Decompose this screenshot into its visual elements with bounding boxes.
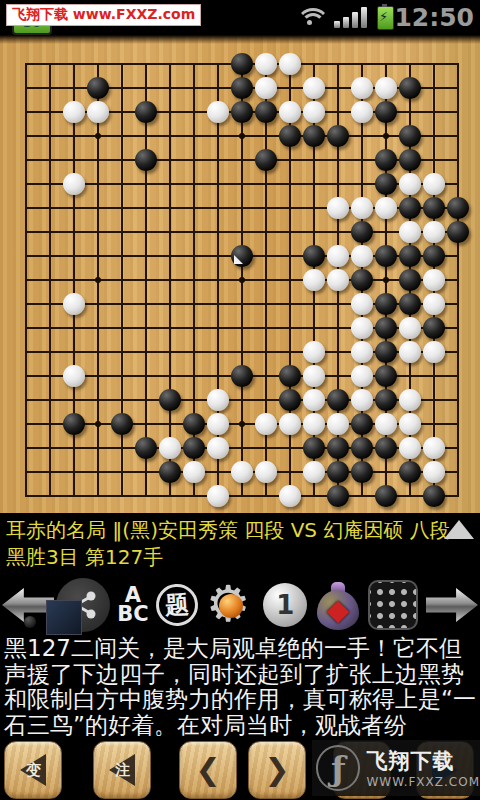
prev-chevron-icon: ❮ [195,755,220,785]
go-board[interactable] [0,35,480,513]
stone-black [399,269,421,291]
comment-triangle-icon: 注 [109,754,135,786]
stone-black [423,485,445,507]
stone-white [327,197,349,219]
stone-white [63,293,85,315]
stone-white [351,317,373,339]
star-point [383,133,389,139]
move-number-button[interactable]: 1 [263,583,307,627]
variation-triangle-icon: 变 [20,754,46,786]
stone-white [351,101,373,123]
next-button[interactable]: ❯ [248,741,306,799]
stone-white [231,461,253,483]
stone-white [207,413,229,435]
stone-black [135,101,157,123]
stone-black [375,293,397,315]
stone-black [303,245,325,267]
next-move-arrow-icon[interactable] [426,588,478,622]
stone-black [327,389,349,411]
stone-black [231,365,253,387]
stone-black [351,221,373,243]
comment-label: 注 [115,761,130,780]
abc-labels-button[interactable]: A BC [117,586,148,624]
stone-black [63,413,85,435]
stone-white [303,341,325,363]
stone-black [375,389,397,411]
stone-white [423,173,445,195]
star-point [239,421,245,427]
stone-black [375,317,397,339]
stone-black [231,53,253,75]
stone-black [375,485,397,507]
stone-white [375,197,397,219]
stone-white [303,461,325,483]
stone-white [399,341,421,363]
stone-black [231,101,253,123]
watermark-url: WWW.FXXZ.COM [366,775,480,789]
stone-white [303,269,325,291]
stone-white [423,341,445,363]
stone-white [327,413,349,435]
stone-black [159,461,181,483]
stone-white [423,461,445,483]
stone-white [327,245,349,267]
stone-white [279,101,301,123]
stone-white [423,293,445,315]
variation-thumbnail [46,600,82,635]
stone-white [351,245,373,267]
stone-black [375,341,397,363]
abc-bottom: BC [117,605,148,624]
problem-button[interactable]: 题 [155,583,200,628]
stone-white [423,269,445,291]
watermark-logo-icon: ƒ [316,745,360,791]
watermark-top: 飞翔下载 www.FXXZ.com [6,4,201,26]
stone-white [351,197,373,219]
app-screen: 12:50 50 ⑂ 飞翔下载 www.FXXZ.com 耳赤的名局 ‖(黑)安… [0,0,480,800]
stone-white [399,173,421,195]
stone-white [327,269,349,291]
stone-black [303,125,325,147]
stone-white [207,389,229,411]
stone-black [351,461,373,483]
stone-black [375,365,397,387]
stone-black [399,245,421,267]
stone-white [399,389,421,411]
stone-black [375,101,397,123]
stone-white [351,389,373,411]
signal-strength-icon [334,7,368,28]
stone-white [399,221,421,243]
variation-label: 变 [26,761,41,780]
stone-black [399,149,421,171]
prev-button[interactable]: ❮ [179,741,237,799]
stone-white [183,461,205,483]
stone-black [87,77,109,99]
stone-white [255,413,277,435]
stone-white [423,221,445,243]
stone-white [303,413,325,435]
stone-white [207,485,229,507]
stone-white [399,413,421,435]
battery-icon [377,6,394,30]
stone-black [231,245,253,267]
stone-white [351,341,373,363]
stone-black [399,77,421,99]
stone-white [207,101,229,123]
stone-black [303,437,325,459]
stone-black [399,461,421,483]
board-grid-icon[interactable] [368,580,418,630]
stone-white [255,77,277,99]
stone-white [399,437,421,459]
stone-black [327,485,349,507]
next-chevron-icon: ❯ [264,755,289,785]
stone-black [279,125,301,147]
stone-black [399,197,421,219]
stone-black [135,149,157,171]
stone-black [159,389,181,411]
last-move-triangle-marker [234,255,243,264]
stone-black [327,461,349,483]
stone-black [255,101,277,123]
wifi-icon [296,8,324,28]
stone-white [159,437,181,459]
stone-black [399,125,421,147]
status-clock: 12:50 [394,3,474,32]
stone-white [279,485,301,507]
stone-black [255,149,277,171]
collapse-up-arrow[interactable] [444,520,474,539]
stone-white [279,413,301,435]
grid-line-v [457,63,459,497]
stone-black [447,221,469,243]
stone-white [207,437,229,459]
stone-black [327,437,349,459]
stone-white [351,293,373,315]
stone-black [423,317,445,339]
settings-gear-icon[interactable]: ⚙ [206,580,256,630]
stone-white [279,53,301,75]
stone-white [375,413,397,435]
stone-black [351,269,373,291]
stone-white [423,437,445,459]
stone-white [255,53,277,75]
move-commentary[interactable]: 黑127二间关，是大局观卓绝的一手！它不但声援了下边四子，同时还起到了扩张上边黑… [0,635,480,737]
star-point [239,277,245,283]
stone-white [63,365,85,387]
watermark-bottom: ƒ 飞翔下载 WWW.FXXZ.COM [312,740,480,796]
stone-black [447,197,469,219]
stone-white [399,317,421,339]
stone-black [183,413,205,435]
thumbnail-stone-icon [24,616,36,628]
stone-white [303,389,325,411]
variation-button[interactable]: 变 [4,741,62,799]
star-point [95,277,101,283]
stone-black [375,173,397,195]
stone-black [231,77,253,99]
stone-white [303,101,325,123]
stone-white [87,101,109,123]
stone-black [183,437,205,459]
money-bag-icon[interactable] [315,580,361,630]
stone-white [63,173,85,195]
stone-black [375,437,397,459]
stone-black [279,365,301,387]
stone-white [63,101,85,123]
watermark-title: 飞翔下载 [366,747,480,775]
star-point [95,133,101,139]
stone-black [279,389,301,411]
stone-white [351,365,373,387]
star-point [383,277,389,283]
stone-black [375,245,397,267]
stone-black [351,413,373,435]
stone-black [135,437,157,459]
stone-black [399,293,421,315]
board-top-shadow [0,35,480,44]
star-point [239,133,245,139]
stone-white [351,77,373,99]
stone-black [375,149,397,171]
stone-white [303,77,325,99]
stone-black [327,125,349,147]
stone-white [303,365,325,387]
stone-black [423,197,445,219]
stone-black [351,437,373,459]
comment-button[interactable]: 注 [93,741,151,799]
stone-white [375,77,397,99]
stone-black [111,413,133,435]
star-point [95,421,101,427]
stone-black [423,245,445,267]
game-caption: 耳赤的名局 ‖(黑)安田秀策 四段 VS 幻庵因硕 八段 黑胜3目 第127手 [0,513,480,575]
stone-white [255,461,277,483]
